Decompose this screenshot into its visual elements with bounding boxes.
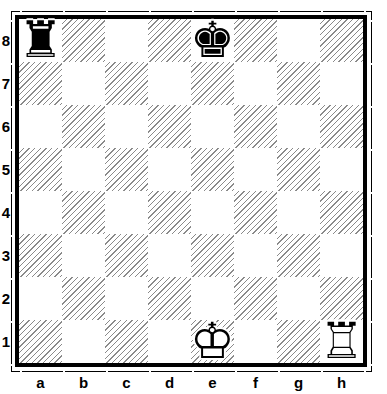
square-e3 [191,234,234,277]
square-a5 [19,148,62,191]
square-c1 [105,320,148,363]
square-f2 [234,277,277,320]
square-f3 [234,234,277,277]
square-c5 [105,148,148,191]
square-f7 [234,62,277,105]
rank-label-6: 6 [0,105,12,148]
piece-white-rook: ♖ [320,320,363,363]
square-a8: ♜♜ [19,19,62,62]
square-b7 [62,62,105,105]
square-f1 [234,320,277,363]
square-e6 [191,105,234,148]
square-c4 [105,191,148,234]
piece-black-king: ♚ [191,19,234,62]
square-a1 [19,320,62,363]
square-a4 [19,191,62,234]
square-e8: ♚♚ [191,19,234,62]
rank-label-4: 4 [0,191,12,234]
square-b8 [62,19,105,62]
square-a2 [19,277,62,320]
square-d5 [148,148,191,191]
piece-white-king: ♔ [191,320,234,363]
outer-frame-line-right [371,11,372,372]
file-label-f: f [234,373,277,392]
chess-diagram-page: { "game": "chess", "position": { "fen": … [0,0,387,394]
square-h8 [320,19,363,62]
square-h5 [320,148,363,191]
square-h1: ♜♖ [320,320,363,363]
square-c3 [105,234,148,277]
chess-board: ♜♜♚♚♚♔♜♖ [15,15,367,367]
square-d7 [148,62,191,105]
square-c2 [105,277,148,320]
square-e7 [191,62,234,105]
square-a7 [19,62,62,105]
square-e5 [191,148,234,191]
square-g1 [277,320,320,363]
square-h7 [320,62,363,105]
rank-label-1: 1 [0,320,12,363]
square-g5 [277,148,320,191]
square-b4 [62,191,105,234]
square-g7 [277,62,320,105]
square-d2 [148,277,191,320]
square-g2 [277,277,320,320]
square-d8 [148,19,191,62]
piece-black-rook: ♜ [19,19,62,62]
square-h6 [320,105,363,148]
square-a3 [19,234,62,277]
square-g8 [277,19,320,62]
square-g4 [277,191,320,234]
square-c8 [105,19,148,62]
square-d3 [148,234,191,277]
square-b6 [62,105,105,148]
rank-label-3: 3 [0,234,12,277]
file-label-g: g [277,373,320,392]
rank-label-2: 2 [0,277,12,320]
file-label-h: h [320,373,363,392]
square-b1 [62,320,105,363]
square-d6 [148,105,191,148]
board-grid: ♜♜♚♚♚♔♜♖ [19,19,363,363]
square-d4 [148,191,191,234]
rank-label-7: 7 [0,62,12,105]
square-c6 [105,105,148,148]
square-h4 [320,191,363,234]
square-c7 [105,62,148,105]
square-f5 [234,148,277,191]
square-g6 [277,105,320,148]
outer-frame-line-bottom [11,371,372,372]
square-f4 [234,191,277,234]
file-label-c: c [105,373,148,392]
file-label-d: d [148,373,191,392]
rank-label-8: 8 [0,19,12,62]
file-label-b: b [62,373,105,392]
square-g3 [277,234,320,277]
square-f6 [234,105,277,148]
rank-label-5: 5 [0,148,12,191]
file-label-e: e [191,373,234,392]
square-b3 [62,234,105,277]
square-e4 [191,191,234,234]
square-f8 [234,19,277,62]
square-b5 [62,148,105,191]
square-a6 [19,105,62,148]
square-d1 [148,320,191,363]
square-h3 [320,234,363,277]
file-label-a: a [19,373,62,392]
square-b2 [62,277,105,320]
square-e1: ♚♔ [191,320,234,363]
